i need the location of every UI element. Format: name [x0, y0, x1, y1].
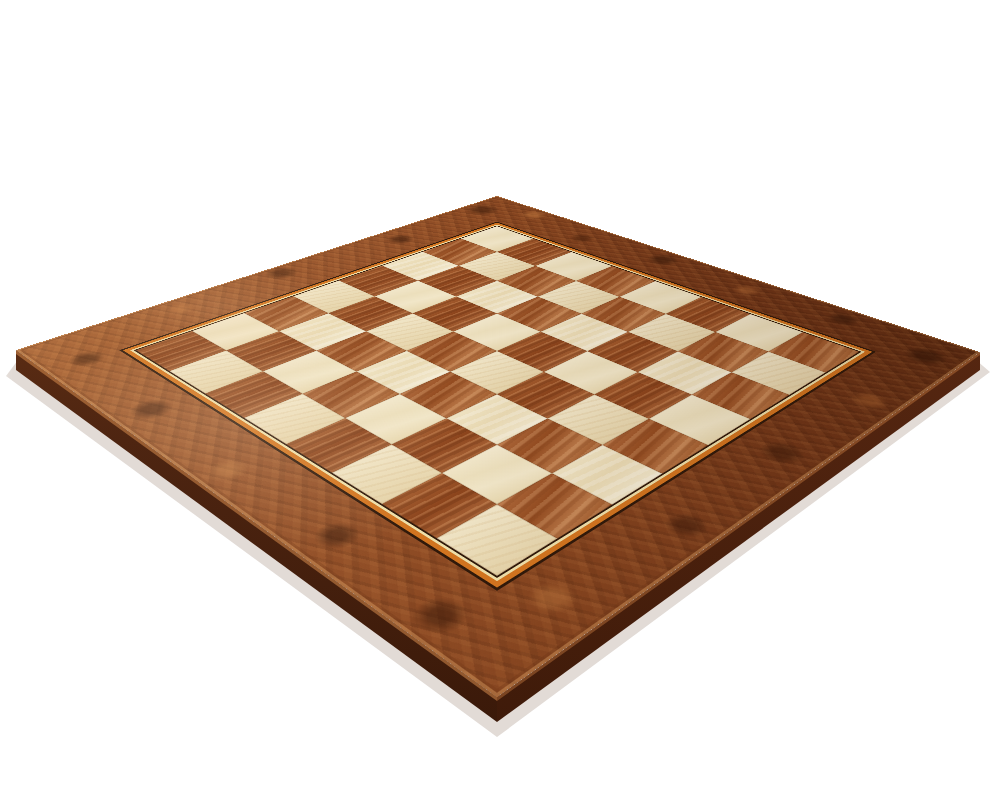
- scene: [0, 0, 1000, 800]
- chess-board: [16, 196, 980, 697]
